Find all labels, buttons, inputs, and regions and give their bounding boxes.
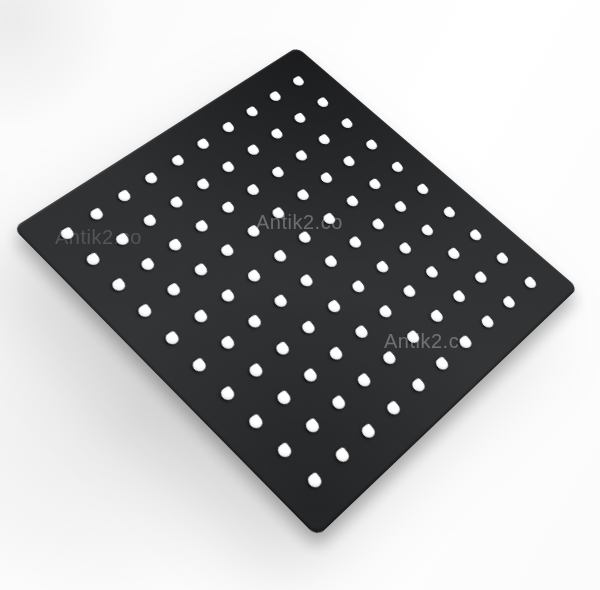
nozzle-dot [246,314,264,329]
nozzle-dot [220,160,236,173]
nozzle-dot [194,178,211,191]
nozzle-dot [245,225,262,239]
nozzle-dot [84,252,102,267]
nozzle-dot [141,214,158,228]
shower-head-panel [13,47,578,537]
nozzle-dot [367,178,383,191]
nozzle-dot [385,400,403,416]
nozzle-dot [291,76,306,87]
nozzle-dot [273,341,291,357]
nozzle-dot [377,304,394,319]
nozzle-dot [301,368,319,384]
nozzle-dot [276,442,295,460]
nozzle-dot [501,295,517,309]
nozzle-dot [347,236,364,250]
nozzle-dot [163,330,181,346]
nozzle-dot [296,231,313,245]
product-photo-scene: Antik2.co Antik2.co Antik2.co [0,0,600,590]
nozzle-dot [342,155,358,168]
nozzle-dot [298,274,315,289]
nozzle-dot [433,356,450,372]
nozzle-dot [319,172,335,185]
nozzle-dot [220,201,237,215]
nozzle-dot [344,195,360,208]
nozzle-dot [268,91,283,103]
nozzle-dot [143,172,160,185]
nozzle-dot [495,252,511,266]
nozzle-dot [270,207,287,221]
nozzle-dot [330,395,348,412]
nozzle-dot [446,247,462,261]
nozzle-dot [292,112,308,124]
nozzle-dot [397,242,413,256]
nozzle-dot [428,310,445,325]
nozzle-dot [190,357,208,373]
nozzle-dot [271,249,288,263]
nozzle-dot [245,183,261,196]
nozzle-dot [272,294,289,309]
nozzle-dot [315,97,330,109]
nozzle-dot [350,279,367,293]
nozzle-dot [356,373,374,389]
nozzle-dot [293,150,309,163]
nozzle-dot [165,283,183,298]
nozzle-dot [393,200,409,213]
nozzle-dot [219,244,236,258]
nozzle-dot [333,447,352,464]
nozzle-dot [323,255,340,269]
nozzle-dot [339,118,354,130]
nozzle-dot [192,263,209,278]
nozzle-dot [218,385,237,402]
nozzle-dot [405,330,422,345]
nozzle-dot [327,346,345,362]
nozzle-dot [193,219,210,233]
nozzle-dot [457,335,474,350]
nozzle-dot [168,195,185,209]
nozzle-dot [246,363,264,379]
nozzle-dot [381,351,398,367]
nozzle-dot [170,155,187,168]
nozzle-grid [40,64,554,508]
nozzle-dot [401,285,418,299]
nozzle-dot [317,133,333,145]
nozzle-dot [325,299,342,314]
nozzle-dot [389,161,405,173]
nozzle-dot [245,144,261,157]
nozzle-dot [305,472,324,490]
nozzle-dot [246,269,263,284]
nozzle-dot [424,265,440,279]
nozzle-dot [321,212,337,225]
shower-head-shadow [0,0,600,590]
nozzle-dot [370,218,386,231]
nozzle-dot [522,276,538,290]
nozzle-dot [441,206,457,219]
nozzle-dot [219,288,237,303]
nozzle-dot [195,138,211,151]
nozzle-dot [295,189,311,202]
nozzle-dot [359,423,377,440]
nozzle-dot [136,304,154,319]
nozzle-dot [166,238,183,252]
nozzle-dot [300,320,318,335]
nozzle-dot [88,208,105,222]
nozzle-dot [270,166,286,179]
nozzle-dot [244,106,260,118]
nozzle-dot [473,271,489,285]
nozzle-dot [451,290,468,304]
nozzle-dot [303,418,321,435]
nozzle-dot [113,232,131,246]
nozzle-dot [116,190,133,204]
nozzle-dot [419,223,435,236]
nozzle-dot [110,277,128,292]
nozzle-dot [274,390,292,407]
nozzle-dot [409,378,427,394]
nozzle-dot [468,229,484,242]
nozzle-dot [139,257,157,272]
nozzle-dot [191,309,209,324]
nozzle-dot [247,413,266,430]
nozzle-dot [269,128,285,140]
nozzle-dot [353,325,370,340]
nozzle-dot [374,260,391,274]
nozzle-dot [59,227,77,241]
nozzle-dot [364,139,380,151]
nozzle-dot [219,336,237,352]
nozzle-dot [479,315,496,330]
nozzle-dot [415,183,431,196]
nozzle-dot [220,122,236,134]
